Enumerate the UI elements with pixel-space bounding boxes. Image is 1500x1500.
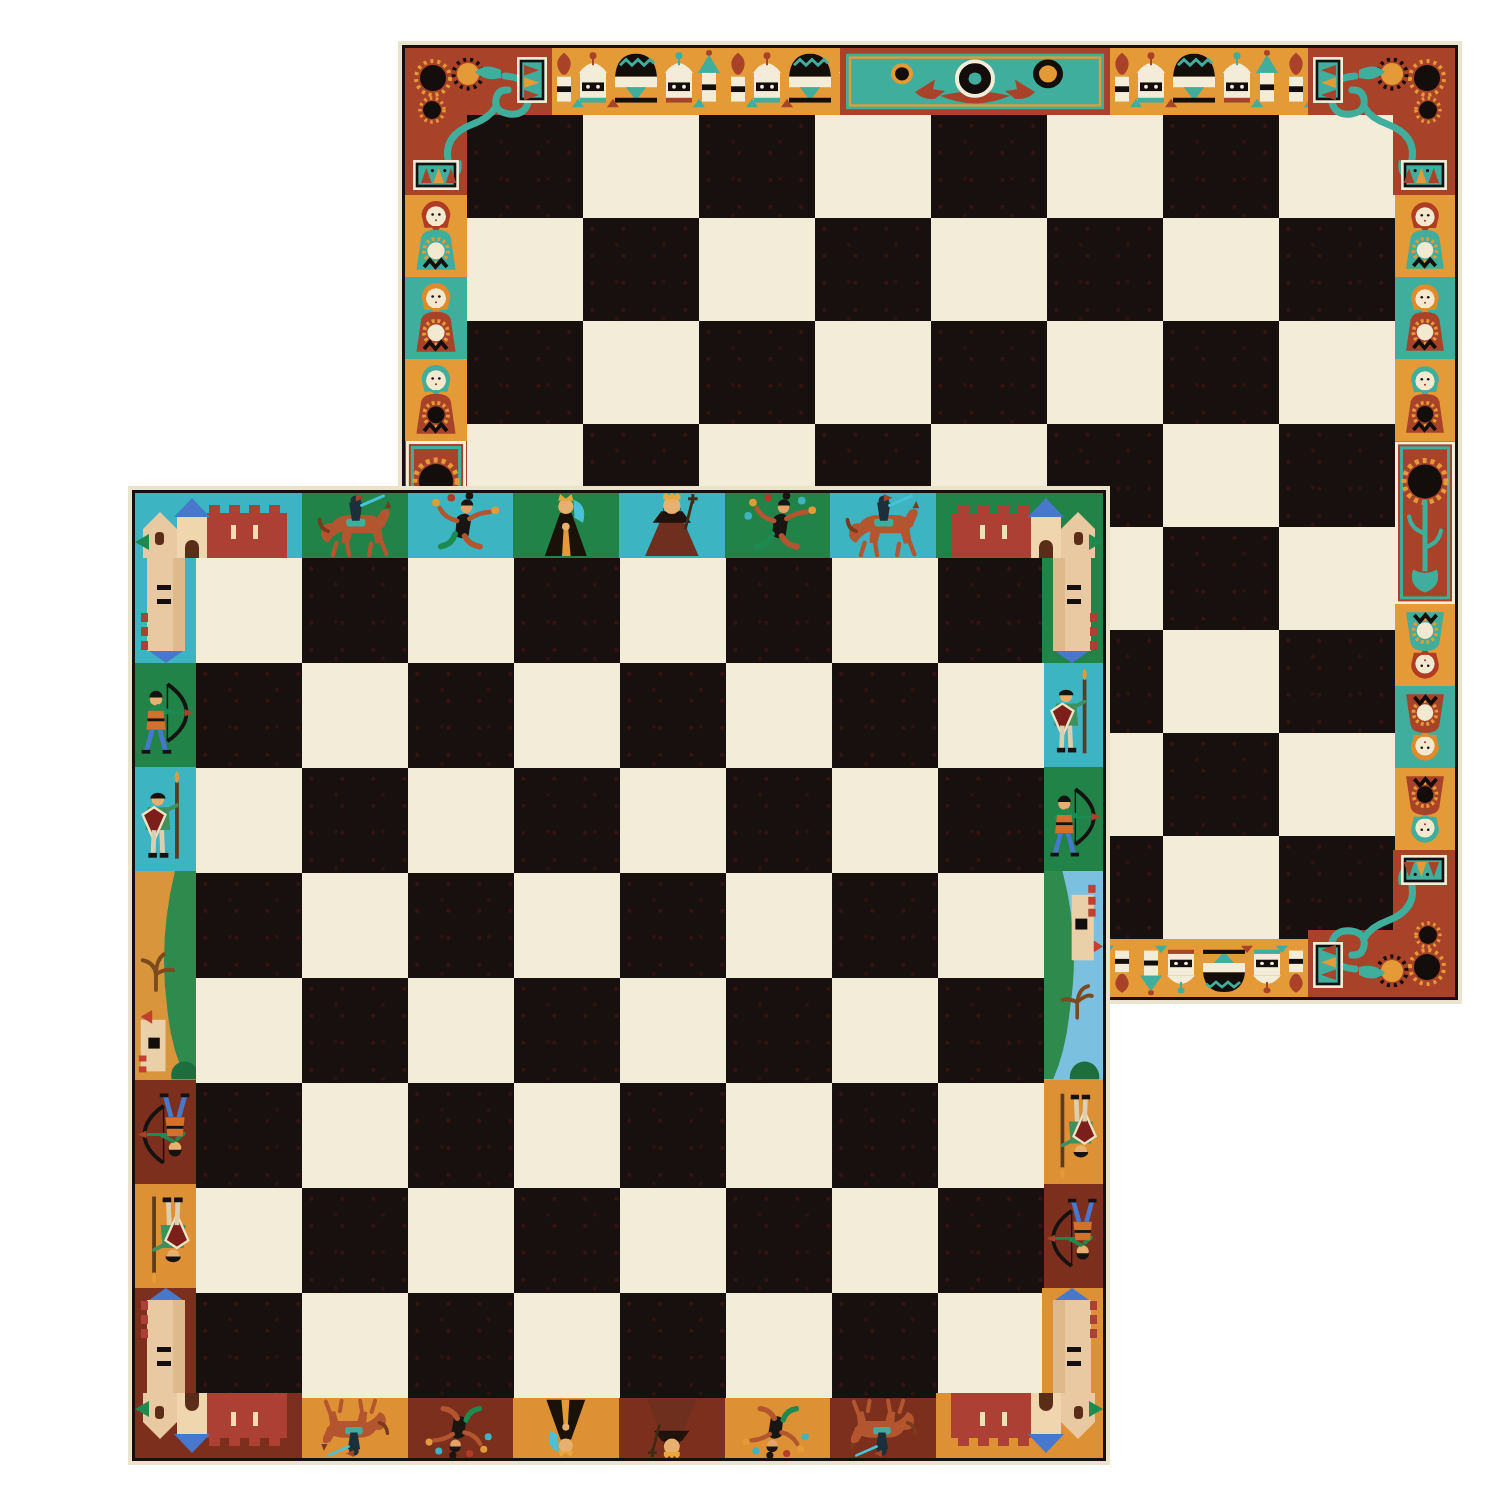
- back-square-r3c4: [815, 321, 931, 424]
- front-square-r8c4: [514, 1293, 620, 1398]
- front-square-r7c4: [514, 1188, 620, 1293]
- back-square-r3c5: [931, 321, 1047, 424]
- front-square-r4c1: [196, 873, 302, 978]
- scene: [0, 0, 1500, 1500]
- front-top-queen: [513, 493, 619, 558]
- front-square-r6c2: [302, 1083, 408, 1188]
- front-square-r2c5: [620, 663, 726, 768]
- back-square-r7c7: [1163, 733, 1279, 836]
- front-square-r8c6: [726, 1293, 832, 1398]
- back-square-r5c8: [1279, 527, 1395, 630]
- front-square-r7c2: [302, 1188, 408, 1293]
- back-square-r1c2: [583, 115, 699, 218]
- front-square-r3c1: [196, 768, 302, 873]
- front-square-r5c1: [196, 978, 302, 1083]
- front-square-r2c3: [408, 663, 514, 768]
- front-square-r4c2: [302, 873, 408, 978]
- board-front-medieval: [132, 490, 1106, 1461]
- front-right-spearman: [1044, 1080, 1103, 1184]
- front-right-landscape-right: [1044, 871, 1103, 1079]
- back-corner-vine-tl: [405, 48, 552, 195]
- back-bottom-church-frieze: [1110, 939, 1308, 997]
- back-square-r6c7: [1163, 630, 1279, 733]
- back-square-r2c6: [1047, 218, 1163, 321]
- front-square-r5c8: [938, 978, 1044, 1083]
- back-top-church-frieze: [1110, 48, 1308, 115]
- front-square-r2c7: [832, 663, 938, 768]
- back-square-r2c8: [1279, 218, 1395, 321]
- back-square-r2c3: [699, 218, 815, 321]
- front-corner-castle-tr: [936, 493, 1103, 663]
- back-right-matryoshka: [1395, 277, 1455, 359]
- front-square-r7c7: [832, 1188, 938, 1293]
- front-square-r7c1: [196, 1188, 302, 1293]
- front-square-r5c4: [514, 978, 620, 1083]
- front-square-r1c3: [408, 558, 514, 663]
- back-top-eye-panel: [840, 48, 1110, 115]
- back-square-r3c6: [1047, 321, 1163, 424]
- front-square-r7c3: [408, 1188, 514, 1293]
- front-square-r4c3: [408, 873, 514, 978]
- front-top-juggler: [725, 493, 831, 558]
- back-square-r1c6: [1047, 115, 1163, 218]
- back-corner-vine-tr: [1308, 48, 1455, 195]
- back-right-matryoshka: [1395, 195, 1455, 277]
- front-square-r4c6: [726, 873, 832, 978]
- back-square-r3c7: [1163, 321, 1279, 424]
- front-square-r4c5: [620, 873, 726, 978]
- front-square-r2c1: [196, 663, 302, 768]
- front-square-r1c2: [302, 558, 408, 663]
- front-square-r8c2: [302, 1293, 408, 1398]
- front-square-r1c5: [620, 558, 726, 663]
- front-square-r1c6: [726, 558, 832, 663]
- back-square-r4c8: [1279, 424, 1395, 527]
- back-square-r8c7: [1163, 836, 1279, 939]
- back-square-r2c7: [1163, 218, 1279, 321]
- back-right-matryoshka: [1395, 686, 1455, 768]
- back-left-matryoshka: [405, 195, 467, 277]
- front-corner-castle-bl: [135, 1288, 302, 1458]
- front-square-r2c2: [302, 663, 408, 768]
- front-square-r3c5: [620, 768, 726, 873]
- front-square-r3c2: [302, 768, 408, 873]
- front-top-knight: [302, 493, 408, 558]
- front-square-r6c6: [726, 1083, 832, 1188]
- front-right-archer: [1044, 767, 1103, 871]
- front-bottom-juggler: [725, 1398, 831, 1458]
- front-bottom-queen: [513, 1398, 619, 1458]
- front-square-r5c5: [620, 978, 726, 1083]
- front-square-r6c4: [514, 1083, 620, 1188]
- front-left-landscape-left: [135, 871, 196, 1079]
- front-square-r1c7: [832, 558, 938, 663]
- back-square-r1c7: [1163, 115, 1279, 218]
- back-square-r2c2: [583, 218, 699, 321]
- front-left-archer: [135, 1080, 196, 1184]
- front-square-r5c2: [302, 978, 408, 1083]
- back-square-r5c7: [1163, 527, 1279, 630]
- back-square-r1c4: [815, 115, 931, 218]
- front-square-r6c3: [408, 1083, 514, 1188]
- back-square-r3c8: [1279, 321, 1395, 424]
- front-square-r3c6: [726, 768, 832, 873]
- front-square-r8c3: [408, 1293, 514, 1398]
- back-square-r3c2: [583, 321, 699, 424]
- back-right-matryoshka: [1395, 359, 1455, 441]
- front-bottom-juggler: [408, 1398, 514, 1458]
- front-square-r1c4: [514, 558, 620, 663]
- front-square-r2c4: [514, 663, 620, 768]
- front-square-r8c7: [832, 1293, 938, 1398]
- front-top-king: [619, 493, 725, 558]
- front-top-knight: [830, 493, 936, 558]
- back-top-church-frieze: [552, 48, 840, 115]
- front-square-r8c5: [620, 1293, 726, 1398]
- front-checkerboard: [196, 558, 1044, 1398]
- front-top-juggler: [408, 493, 514, 558]
- front-square-r6c8: [938, 1083, 1044, 1188]
- back-right-matryoshka: [1395, 604, 1455, 686]
- front-square-r4c4: [514, 873, 620, 978]
- front-square-r6c1: [196, 1083, 302, 1188]
- front-square-r7c8: [938, 1188, 1044, 1293]
- front-square-r6c5: [620, 1083, 726, 1188]
- front-square-r5c3: [408, 978, 514, 1083]
- front-left-spearman: [135, 767, 196, 871]
- front-square-r3c7: [832, 768, 938, 873]
- back-square-r3c1: [467, 321, 583, 424]
- back-square-r6c8: [1279, 630, 1395, 733]
- front-left-archer: [135, 663, 196, 767]
- front-square-r3c4: [514, 768, 620, 873]
- front-square-r5c7: [832, 978, 938, 1083]
- front-square-r6c7: [832, 1083, 938, 1188]
- back-square-r2c5: [931, 218, 1047, 321]
- back-right-matryoshka: [1395, 768, 1455, 850]
- front-square-r3c8: [938, 768, 1044, 873]
- front-bottom-king: [619, 1398, 725, 1458]
- back-square-r4c7: [1163, 424, 1279, 527]
- back-left-matryoshka: [405, 277, 467, 359]
- back-square-r2c1: [467, 218, 583, 321]
- front-bottom-knight: [302, 1398, 408, 1458]
- back-right-sunflower: [1395, 441, 1455, 605]
- front-square-r2c6: [726, 663, 832, 768]
- back-square-r3c3: [699, 321, 815, 424]
- back-left-matryoshka: [405, 359, 467, 441]
- front-square-r4c7: [832, 873, 938, 978]
- back-square-r7c8: [1279, 733, 1395, 836]
- front-right-archer: [1044, 1184, 1103, 1288]
- front-bottom-knight: [830, 1398, 936, 1458]
- back-square-r2c4: [815, 218, 931, 321]
- front-corner-castle-tl: [135, 493, 302, 663]
- front-square-r7c5: [620, 1188, 726, 1293]
- back-square-r1c5: [931, 115, 1047, 218]
- front-square-r3c3: [408, 768, 514, 873]
- back-square-r1c3: [699, 115, 815, 218]
- front-corner-castle-br: [936, 1288, 1103, 1458]
- back-corner-vine-br: [1308, 850, 1455, 997]
- front-square-r4c8: [938, 873, 1044, 978]
- front-square-r7c6: [726, 1188, 832, 1293]
- front-square-r2c8: [938, 663, 1044, 768]
- front-left-spearman: [135, 1184, 196, 1288]
- front-square-r5c6: [726, 978, 832, 1083]
- front-right-spearman: [1044, 663, 1103, 767]
